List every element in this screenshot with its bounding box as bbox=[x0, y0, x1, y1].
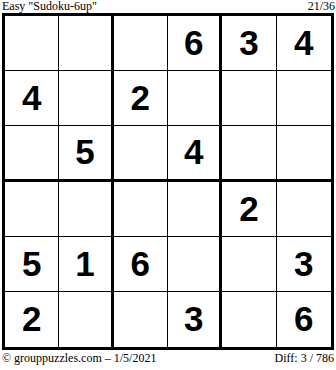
cell-r3c5-empty[interactable] bbox=[222, 126, 276, 181]
cell-r1c2-empty[interactable] bbox=[59, 16, 113, 71]
cell-r6c3-empty[interactable] bbox=[114, 292, 168, 347]
cell-r5c1-given: 5 bbox=[5, 237, 59, 292]
cell-r5c4-empty[interactable] bbox=[168, 237, 222, 292]
cell-r6c1-given: 2 bbox=[5, 292, 59, 347]
cell-r3c2-given: 5 bbox=[59, 126, 113, 181]
cell-r6c2-empty[interactable] bbox=[59, 292, 113, 347]
cell-r5c6-given: 3 bbox=[277, 237, 331, 292]
cell-r3c6-empty[interactable] bbox=[277, 126, 331, 181]
progress-counter: 21/36 bbox=[308, 0, 335, 12]
cell-r6c6-given: 6 bbox=[277, 292, 331, 347]
cell-r3c3-empty[interactable] bbox=[114, 126, 168, 181]
puzzle-page: Easy "Sudoku-6up" 21/36 634425425163236 … bbox=[0, 0, 336, 370]
sudoku-board: 634425425163236 bbox=[2, 13, 334, 350]
cell-r4c4-empty[interactable] bbox=[168, 182, 222, 237]
cell-r4c1-empty[interactable] bbox=[5, 182, 59, 237]
cell-r5c3-given: 6 bbox=[114, 237, 168, 292]
cell-r2c3-given: 2 bbox=[114, 71, 168, 126]
cell-r4c5-given: 2 bbox=[222, 182, 276, 237]
cell-r2c4-empty[interactable] bbox=[168, 71, 222, 126]
cell-r3c1-empty[interactable] bbox=[5, 126, 59, 181]
cell-r4c3-empty[interactable] bbox=[114, 182, 168, 237]
difficulty-text: Diff: 3 / 786 bbox=[275, 352, 334, 365]
cell-r4c6-empty[interactable] bbox=[277, 182, 331, 237]
cell-r2c1-given: 4 bbox=[5, 71, 59, 126]
cell-r1c6-given: 4 bbox=[277, 16, 331, 71]
cell-r6c4-given: 3 bbox=[168, 292, 222, 347]
cell-r1c5-given: 3 bbox=[222, 16, 276, 71]
cell-r2c6-empty[interactable] bbox=[277, 71, 331, 126]
puzzle-title: Easy "Sudoku-6up" bbox=[2, 0, 97, 12]
cell-r5c2-given: 1 bbox=[59, 237, 113, 292]
copyright-text: © grouppuzzles.com – 1/5/2021 bbox=[2, 352, 156, 365]
cell-r2c2-empty[interactable] bbox=[59, 71, 113, 126]
cell-r4c2-empty[interactable] bbox=[59, 182, 113, 237]
footer: © grouppuzzles.com – 1/5/2021 Diff: 3 / … bbox=[2, 352, 334, 368]
cell-r2c5-empty[interactable] bbox=[222, 71, 276, 126]
cell-r6c5-empty[interactable] bbox=[222, 292, 276, 347]
cell-r1c4-given: 6 bbox=[168, 16, 222, 71]
cell-r1c3-empty[interactable] bbox=[114, 16, 168, 71]
cell-r5c5-empty[interactable] bbox=[222, 237, 276, 292]
cell-r3c4-given: 4 bbox=[168, 126, 222, 181]
header: Easy "Sudoku-6up" 21/36 bbox=[2, 0, 335, 13]
cell-r1c1-empty[interactable] bbox=[5, 16, 59, 71]
